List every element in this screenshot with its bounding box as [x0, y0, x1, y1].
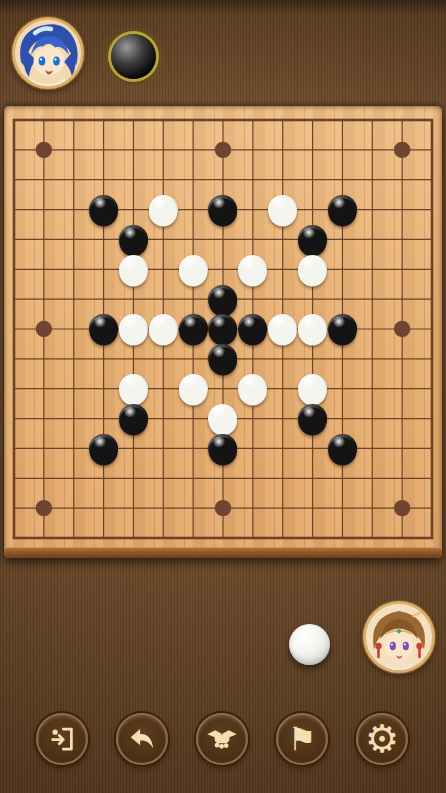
board-cell[interactable]	[29, 105, 59, 135]
board-cell[interactable]	[59, 523, 89, 553]
board-cell[interactable]	[0, 254, 29, 284]
board-cell[interactable]	[357, 523, 387, 553]
black-stone: ●	[298, 404, 327, 433]
board-cell[interactable]	[238, 433, 268, 463]
black-stone: ●	[89, 195, 118, 224]
board-cell[interactable]	[148, 135, 178, 165]
board-cell[interactable]	[417, 344, 446, 374]
board-cell[interactable]	[148, 254, 178, 284]
board-cell[interactable]	[148, 404, 178, 434]
board-cell[interactable]	[387, 314, 417, 344]
black-stone: ●	[328, 434, 357, 463]
board-cell[interactable]	[29, 344, 59, 374]
board-cell[interactable]	[29, 254, 59, 284]
board-cell[interactable]	[208, 493, 238, 523]
undo-button[interactable]	[116, 713, 168, 765]
exit-button[interactable]	[36, 713, 88, 765]
board-cell[interactable]	[148, 463, 178, 493]
board-cell[interactable]	[357, 284, 387, 314]
board-cell[interactable]: ●	[148, 314, 178, 344]
board-cell[interactable]	[178, 105, 208, 135]
board-cell[interactable]	[178, 493, 208, 523]
board-cell[interactable]: ●	[268, 195, 298, 225]
board-cell[interactable]	[148, 374, 178, 404]
board-cell[interactable]: ●	[327, 433, 357, 463]
board-cell[interactable]	[357, 493, 387, 523]
board-cell[interactable]	[357, 404, 387, 434]
board-cell[interactable]	[0, 344, 29, 374]
board-cell[interactable]	[417, 254, 446, 284]
board-cell[interactable]	[268, 254, 298, 284]
board-cell[interactable]	[0, 224, 29, 254]
board-cell[interactable]	[268, 523, 298, 553]
board-cell[interactable]	[357, 105, 387, 135]
black-stone: ●	[89, 314, 118, 343]
board-cell[interactable]	[357, 433, 387, 463]
board-cell[interactable]	[417, 195, 446, 225]
board-cell[interactable]	[268, 135, 298, 165]
white-stone: ●	[179, 255, 208, 284]
board-cell[interactable]: ●	[298, 404, 328, 434]
black-stone: ●	[208, 344, 237, 373]
board-cell[interactable]	[357, 165, 387, 195]
board-cell[interactable]	[0, 105, 29, 135]
board-cell[interactable]	[89, 523, 119, 553]
toolbar: ⚑ ⚙	[36, 713, 408, 765]
board-cell[interactable]	[417, 433, 446, 463]
board-cell[interactable]	[89, 135, 119, 165]
board-cell[interactable]	[29, 523, 59, 553]
board-cell[interactable]	[417, 404, 446, 434]
board-cell[interactable]	[59, 314, 89, 344]
board-cell[interactable]	[178, 463, 208, 493]
board-cell[interactable]: ●	[178, 254, 208, 284]
opponent-avatar-image	[15, 20, 81, 86]
board-cell[interactable]	[417, 224, 446, 254]
board-cell[interactable]	[327, 493, 357, 523]
board-cell[interactable]	[0, 284, 29, 314]
board-cell[interactable]: ●	[178, 314, 208, 344]
board-cell[interactable]: ●	[89, 195, 119, 225]
board-cell[interactable]	[29, 404, 59, 434]
board-cell[interactable]	[387, 374, 417, 404]
board-cell[interactable]	[0, 314, 29, 344]
board-cell[interactable]	[59, 493, 89, 523]
board-cell[interactable]	[357, 135, 387, 165]
exit-door-icon	[47, 724, 77, 754]
white-stone: ●	[149, 195, 178, 224]
handshake-icon	[206, 723, 238, 755]
board-cell[interactable]	[357, 463, 387, 493]
board-grid: ●●●●●●●●●●●●●●●●●●●●●●●●●●●●●●●●	[0, 105, 446, 553]
board-cell[interactable]	[298, 105, 328, 135]
black-stone: ●	[238, 314, 267, 343]
board-cell[interactable]	[0, 195, 29, 225]
board-cell[interactable]	[357, 195, 387, 225]
black-stone: ●	[119, 404, 148, 433]
board-cell[interactable]	[387, 254, 417, 284]
board-cell[interactable]	[118, 463, 148, 493]
board-cell[interactable]	[59, 135, 89, 165]
board-cell[interactable]	[387, 344, 417, 374]
white-stone: ●	[238, 255, 267, 284]
board-cell[interactable]	[298, 523, 328, 553]
board-cell[interactable]	[178, 195, 208, 225]
board-cell[interactable]	[178, 165, 208, 195]
board-cell[interactable]	[148, 105, 178, 135]
board-cell[interactable]	[268, 463, 298, 493]
board-cell[interactable]	[327, 523, 357, 553]
board-cell[interactable]	[387, 463, 417, 493]
board-cell[interactable]	[148, 433, 178, 463]
board-cell[interactable]: ●	[238, 254, 268, 284]
board-cell[interactable]	[29, 135, 59, 165]
white-stone: ●	[268, 195, 297, 224]
board-cell[interactable]	[387, 224, 417, 254]
board-cell[interactable]	[268, 105, 298, 135]
board-cell[interactable]	[0, 135, 29, 165]
board-cell[interactable]	[59, 254, 89, 284]
resign-flag-button[interactable]: ⚑	[276, 713, 328, 765]
board-cell[interactable]	[29, 314, 59, 344]
board-cell[interactable]	[268, 493, 298, 523]
board-cell[interactable]	[417, 105, 446, 135]
board-cell[interactable]	[238, 195, 268, 225]
board-cell[interactable]	[268, 404, 298, 434]
board-cell[interactable]	[118, 105, 148, 135]
white-stone: ●	[119, 314, 148, 343]
board-cell[interactable]	[357, 224, 387, 254]
board-cell[interactable]	[387, 105, 417, 135]
board-cell[interactable]	[89, 105, 119, 135]
board-cell[interactable]	[118, 523, 148, 553]
board-cell[interactable]	[238, 523, 268, 553]
game-screen: ●●●●●●●●●●●●●●●●●●●●●●●●●●●●●●●●	[0, 0, 446, 793]
board-cell[interactable]	[59, 105, 89, 135]
board-cell[interactable]	[327, 254, 357, 284]
board-cell[interactable]	[238, 165, 268, 195]
board-cell[interactable]	[0, 523, 29, 553]
draw-offer-button[interactable]	[196, 713, 248, 765]
white-stone: ●	[268, 314, 297, 343]
white-stone: ●	[179, 374, 208, 403]
board-cell[interactable]	[238, 493, 268, 523]
board-cell[interactable]	[0, 165, 29, 195]
flag-icon: ⚑	[288, 723, 317, 755]
player-avatar-image	[366, 604, 432, 670]
black-stone: ●	[179, 314, 208, 343]
board-cell[interactable]	[118, 165, 148, 195]
board-cell[interactable]	[29, 374, 59, 404]
board-cell[interactable]: ●	[268, 314, 298, 344]
white-stone: ●	[238, 374, 267, 403]
board-cell[interactable]	[327, 374, 357, 404]
board-cell[interactable]: ●	[178, 374, 208, 404]
player-avatar[interactable]	[363, 601, 435, 673]
board-cell[interactable]	[208, 135, 238, 165]
board-cell[interactable]	[387, 493, 417, 523]
board-cell[interactable]	[178, 135, 208, 165]
board-cell[interactable]	[387, 523, 417, 553]
board-cell[interactable]: ●	[208, 433, 238, 463]
board-cell[interactable]	[0, 404, 29, 434]
board-cell[interactable]	[29, 224, 59, 254]
white-stone-indicator	[289, 624, 330, 665]
board-cell[interactable]	[387, 284, 417, 314]
black-stone: ●	[328, 195, 357, 224]
board-cell[interactable]	[59, 344, 89, 374]
white-stone: ●	[149, 314, 178, 343]
board-cell[interactable]	[59, 165, 89, 195]
black-stone: ●	[208, 434, 237, 463]
board-cell[interactable]	[59, 433, 89, 463]
board-cell[interactable]	[387, 195, 417, 225]
board-cell[interactable]	[238, 105, 268, 135]
board-cell[interactable]	[238, 135, 268, 165]
board-cell[interactable]	[29, 284, 59, 314]
board-cell[interactable]	[387, 433, 417, 463]
board-cell[interactable]	[29, 165, 59, 195]
board-cell[interactable]	[29, 195, 59, 225]
gomoku-board: ●●●●●●●●●●●●●●●●●●●●●●●●●●●●●●●●	[4, 106, 442, 558]
board-cell[interactable]	[417, 374, 446, 404]
board-cell[interactable]	[29, 493, 59, 523]
board-cell[interactable]: ●	[238, 314, 268, 344]
opponent-avatar[interactable]	[12, 17, 84, 89]
board-cell[interactable]	[29, 433, 59, 463]
board-cell[interactable]: ●	[118, 314, 148, 344]
board-cell[interactable]	[59, 404, 89, 434]
board-cell[interactable]	[148, 523, 178, 553]
board-cell[interactable]	[0, 433, 29, 463]
board-cell[interactable]	[298, 135, 328, 165]
board-cell[interactable]	[89, 374, 119, 404]
board-cell[interactable]	[59, 374, 89, 404]
board-cell[interactable]	[387, 135, 417, 165]
board-cell[interactable]	[268, 374, 298, 404]
board-cell[interactable]: ●	[89, 314, 119, 344]
board-cell[interactable]	[208, 523, 238, 553]
board-cell[interactable]	[118, 135, 148, 165]
board-cell[interactable]	[327, 135, 357, 165]
board-cell[interactable]: ●	[327, 195, 357, 225]
board-cell[interactable]	[178, 433, 208, 463]
board-cell[interactable]	[387, 165, 417, 195]
board-cell[interactable]	[89, 493, 119, 523]
board-cell[interactable]	[59, 195, 89, 225]
board-cell[interactable]	[208, 105, 238, 135]
board-cell[interactable]	[118, 493, 148, 523]
board-cell[interactable]	[417, 135, 446, 165]
board-cell[interactable]	[357, 314, 387, 344]
board-cell[interactable]: ●	[298, 314, 328, 344]
board-cell[interactable]	[387, 404, 417, 434]
black-stone: ●	[328, 314, 357, 343]
board-cell[interactable]	[89, 254, 119, 284]
board-cell[interactable]	[417, 463, 446, 493]
board-cell[interactable]	[357, 374, 387, 404]
board-cell[interactable]: ●	[208, 344, 238, 374]
board-cell[interactable]	[178, 523, 208, 553]
board-cell[interactable]	[148, 493, 178, 523]
board-cell[interactable]	[29, 463, 59, 493]
board-cell[interactable]	[327, 105, 357, 135]
black-stone: ●	[89, 434, 118, 463]
board-cell[interactable]	[357, 344, 387, 374]
board-cell[interactable]: ●	[118, 404, 148, 434]
board-cell[interactable]	[268, 433, 298, 463]
board-cell[interactable]	[59, 224, 89, 254]
board-cell[interactable]	[0, 463, 29, 493]
settings-button[interactable]: ⚙	[356, 713, 408, 765]
board-cell[interactable]	[417, 284, 446, 314]
board-cell[interactable]: ●	[327, 314, 357, 344]
board-cell[interactable]	[357, 254, 387, 284]
board-cell[interactable]: ●	[118, 254, 148, 284]
board-cell[interactable]: ●	[208, 195, 238, 225]
board-cell[interactable]: ●	[298, 254, 328, 284]
board-cell[interactable]	[417, 493, 446, 523]
board-cell[interactable]	[298, 165, 328, 195]
board-cell[interactable]	[298, 493, 328, 523]
white-stone: ●	[298, 314, 327, 343]
board-cell[interactable]	[417, 523, 446, 553]
gear-icon: ⚙	[365, 720, 399, 758]
undo-arrow-icon	[127, 724, 157, 754]
board-cell[interactable]	[0, 374, 29, 404]
board-cell[interactable]	[298, 463, 328, 493]
board-cell[interactable]: ●	[148, 195, 178, 225]
white-stone: ●	[119, 255, 148, 284]
board-cell[interactable]	[238, 463, 268, 493]
board-cell[interactable]	[59, 463, 89, 493]
white-stone: ●	[298, 255, 327, 284]
board-cell[interactable]	[59, 284, 89, 314]
board-cell[interactable]: ●	[238, 374, 268, 404]
black-stone-indicator	[111, 34, 156, 79]
board-cell[interactable]	[417, 165, 446, 195]
board-cell[interactable]	[417, 314, 446, 344]
black-stone: ●	[208, 195, 237, 224]
board-cell[interactable]	[0, 493, 29, 523]
board-cell[interactable]: ●	[89, 433, 119, 463]
